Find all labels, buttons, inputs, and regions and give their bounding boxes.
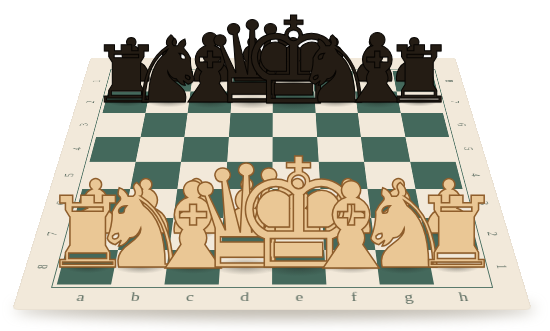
piece-black-rook[interactable]: ♜ bbox=[384, 36, 454, 114]
pieces-layer: ♟♟♟♟♟♟♟♟♜♞♝♛♚♞♝♜♟♟♟♟♟♟♟♟♜♞♝♛♚♝♞♜ bbox=[0, 0, 550, 331]
chess-set-photo: abcdefgh1234567887654321 ♟♟♟♟♟♟♟♟♜♞♝♛♚♞♝… bbox=[0, 0, 550, 331]
piece-white-rook[interactable]: ♜ bbox=[412, 184, 500, 283]
